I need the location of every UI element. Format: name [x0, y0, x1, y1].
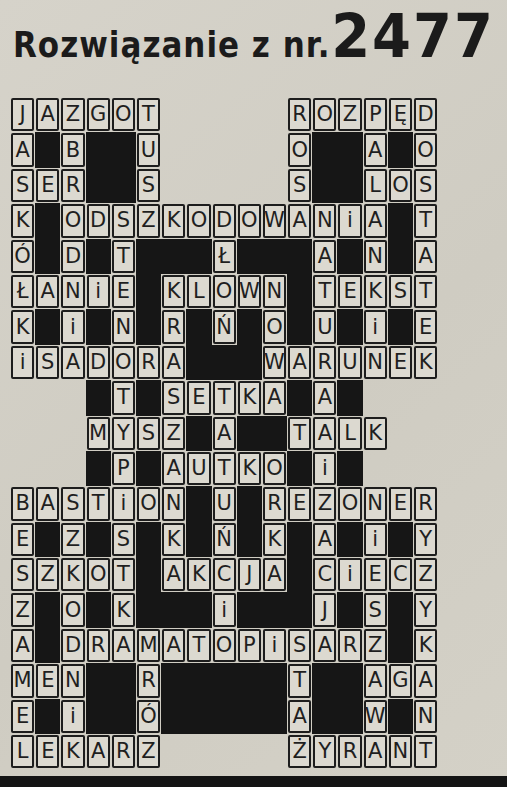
grid-cell: i	[338, 204, 361, 237]
grid-cell: A	[36, 275, 59, 308]
grid-cell: Z	[162, 417, 185, 450]
grid-cell	[262, 168, 287, 203]
grid-cell	[413, 416, 438, 451]
grid-cell: W	[238, 275, 261, 308]
grid-cell: W	[263, 346, 286, 379]
grid-cell: E	[389, 346, 412, 379]
grid-cell: D	[87, 204, 110, 237]
grid-cell: N	[61, 275, 84, 308]
grid-cell	[35, 416, 60, 451]
grid-cell: N	[61, 664, 84, 697]
grid-cell	[111, 699, 136, 734]
grid-cell	[237, 592, 262, 627]
grid-cell: O	[238, 204, 261, 237]
grid-cell: i	[364, 523, 387, 556]
grid-cell	[413, 380, 438, 415]
grid-cell: E	[36, 169, 59, 202]
grid-cell: P	[364, 98, 387, 131]
grid-cell	[388, 309, 413, 344]
grid-cell	[10, 451, 35, 486]
grid-cell: A	[414, 240, 437, 273]
grid-cell: Ż	[288, 735, 311, 768]
grid-cell: W	[364, 700, 387, 733]
grid-cell: E	[288, 487, 311, 520]
grid-cell: i	[11, 346, 34, 379]
grid-cell: O	[414, 133, 437, 166]
grid-cell: Ń	[213, 310, 236, 343]
grid-cell: K	[162, 204, 185, 237]
grid-cell	[35, 239, 60, 274]
grid-cell	[337, 168, 362, 203]
grid-cell: S	[112, 523, 135, 556]
grid-cell: K	[364, 417, 387, 450]
grid-cell: R	[263, 487, 286, 520]
grid-cell: P	[238, 629, 261, 662]
grid-cell: Z	[313, 487, 336, 520]
grid-cell: A	[213, 417, 236, 450]
grid-cell	[287, 309, 312, 344]
grid-cell: S	[11, 558, 34, 591]
grid-cell	[363, 451, 388, 486]
grid-cell: Z	[414, 558, 437, 591]
grid-cell: N	[112, 310, 135, 343]
grid-cell	[186, 132, 211, 167]
grid-cell: T	[313, 275, 336, 308]
grid-cell: A	[313, 629, 336, 662]
grid-cell	[161, 734, 186, 769]
grid-cell	[212, 345, 237, 380]
grid-cell	[35, 592, 60, 627]
grid-cell	[212, 663, 237, 698]
grid-cell: K	[11, 310, 34, 343]
grid-cell: A	[162, 452, 185, 485]
grid-cell: D	[414, 98, 437, 131]
grid-cell	[388, 380, 413, 415]
grid-cell: S	[137, 169, 160, 202]
grid-cell: Y	[313, 735, 336, 768]
bottom-rule	[0, 776, 507, 787]
grid-cell: Y	[414, 593, 437, 626]
grid-cell: Ł	[11, 275, 34, 308]
grid-cell: J	[238, 558, 261, 591]
grid-cell: T	[414, 204, 437, 237]
grid-cell: L	[364, 169, 387, 202]
grid-cell: U	[213, 487, 236, 520]
grid-cell	[212, 97, 237, 132]
grid-cell: R	[137, 346, 160, 379]
grid-cell: N	[364, 487, 387, 520]
grid-cell	[237, 486, 262, 521]
grid-cell	[86, 309, 111, 344]
grid-cell: R	[414, 487, 437, 520]
grid-cell: O	[61, 204, 84, 237]
grid-cell: O	[288, 133, 311, 166]
grid-cell	[262, 97, 287, 132]
grid-cell: Z	[137, 735, 160, 768]
grid-cell	[262, 663, 287, 698]
grid-cell: A	[36, 98, 59, 131]
grid-cell: S	[61, 487, 84, 520]
grid-cell	[388, 522, 413, 557]
grid-cell: A	[313, 417, 336, 450]
grid-cell: R	[87, 629, 110, 662]
grid-cell: R	[137, 664, 160, 697]
grid-cell	[337, 451, 362, 486]
grid-cell	[60, 416, 85, 451]
grid-cell	[186, 699, 211, 734]
grid-cell	[337, 663, 362, 698]
grid-cell	[388, 203, 413, 238]
grid-cell	[111, 663, 136, 698]
grid-cell: E	[11, 700, 34, 733]
grid-cell	[111, 168, 136, 203]
grid-cell	[161, 168, 186, 203]
grid-cell: L	[11, 735, 34, 768]
crossword-grid: JAZGOTROZPĘDABUOAOSERSSLOSKODSZKODOWANiA…	[10, 97, 438, 769]
grid-cell	[35, 380, 60, 415]
grid-cell: A	[288, 204, 311, 237]
grid-cell	[388, 239, 413, 274]
grid-cell: E	[36, 735, 59, 768]
grid-cell	[237, 309, 262, 344]
grid-cell	[86, 663, 111, 698]
grid-cell	[136, 451, 161, 486]
grid-cell: S	[364, 593, 387, 626]
grid-cell: R	[338, 735, 361, 768]
grid-cell: R	[162, 310, 185, 343]
grid-cell: N	[162, 487, 185, 520]
grid-cell	[287, 522, 312, 557]
grid-cell: N	[364, 346, 387, 379]
grid-cell: O	[213, 629, 236, 662]
grid-cell: U	[313, 310, 336, 343]
grid-cell: K	[61, 558, 84, 591]
grid-cell	[35, 451, 60, 486]
grid-cell: T	[187, 629, 210, 662]
grid-cell	[337, 592, 362, 627]
grid-cell	[10, 416, 35, 451]
grid-cell	[388, 132, 413, 167]
grid-cell	[86, 592, 111, 627]
grid-cell	[35, 203, 60, 238]
grid-cell	[186, 522, 211, 557]
grid-cell	[388, 699, 413, 734]
grid-cell: K	[414, 629, 437, 662]
grid-cell: R	[61, 169, 84, 202]
grid-cell: B	[11, 487, 34, 520]
grid-cell: O	[338, 487, 361, 520]
grid-cell: R	[112, 735, 135, 768]
grid-cell	[237, 345, 262, 380]
grid-cell	[86, 451, 111, 486]
grid-cell: A	[364, 133, 387, 166]
grid-cell: M	[11, 664, 34, 697]
grid-cell: T	[288, 664, 311, 697]
grid-cell	[186, 239, 211, 274]
title-number: 2477	[331, 1, 495, 71]
grid-cell: O	[61, 593, 84, 626]
grid-cell: Z	[36, 558, 59, 591]
grid-cell	[161, 97, 186, 132]
grid-cell	[237, 239, 262, 274]
grid-cell: O	[263, 310, 286, 343]
grid-cell	[287, 239, 312, 274]
grid-cell: U	[137, 133, 160, 166]
grid-cell: T	[112, 240, 135, 273]
grid-cell: L	[187, 275, 210, 308]
grid-cell	[262, 132, 287, 167]
grid-cell	[237, 132, 262, 167]
grid-cell: Ó	[137, 700, 160, 733]
grid-cell: C	[213, 558, 236, 591]
grid-cell	[136, 557, 161, 592]
grid-cell: D	[61, 240, 84, 273]
grid-cell: M	[137, 629, 160, 662]
grid-cell: R	[338, 629, 361, 662]
grid-cell: S	[389, 275, 412, 308]
grid-cell	[136, 274, 161, 309]
grid-cell: Y	[112, 417, 135, 450]
grid-cell: Z	[338, 98, 361, 131]
grid-cell: i	[263, 629, 286, 662]
grid-cell: i	[213, 593, 236, 626]
grid-cell: N	[389, 735, 412, 768]
grid-cell	[312, 663, 337, 698]
grid-cell: Ę	[389, 98, 412, 131]
grid-cell: T	[137, 98, 160, 131]
grid-cell	[212, 734, 237, 769]
grid-cell: A	[414, 664, 437, 697]
grid-cell	[388, 416, 413, 451]
grid-cell	[413, 451, 438, 486]
grid-cell: K	[11, 204, 34, 237]
grid-cell: S	[36, 346, 59, 379]
grid-cell	[186, 309, 211, 344]
grid-cell: A	[162, 629, 185, 662]
grid-cell: S	[414, 169, 437, 202]
grid-cell	[287, 451, 312, 486]
grid-cell	[237, 168, 262, 203]
grid-cell	[312, 168, 337, 203]
grid-cell: K	[61, 735, 84, 768]
grid-cell: E	[364, 558, 387, 591]
grid-cell: K	[162, 275, 185, 308]
grid-cell	[262, 592, 287, 627]
grid-cell: U	[187, 452, 210, 485]
grid-cell: Ń	[213, 523, 236, 556]
grid-cell	[35, 699, 60, 734]
grid-cell	[237, 699, 262, 734]
grid-cell: T	[213, 452, 236, 485]
grid-cell: A	[364, 735, 387, 768]
grid-cell: E	[36, 664, 59, 697]
grid-cell: O	[213, 275, 236, 308]
grid-cell	[161, 663, 186, 698]
grid-cell	[136, 309, 161, 344]
grid-cell	[337, 239, 362, 274]
grid-cell	[86, 380, 111, 415]
grid-cell: W	[263, 204, 286, 237]
grid-cell: M	[87, 417, 110, 450]
grid-cell: E	[11, 523, 34, 556]
grid-cell: Z	[364, 629, 387, 662]
grid-cell: C	[389, 558, 412, 591]
grid-cell: T	[87, 487, 110, 520]
grid-cell: K	[238, 452, 261, 485]
grid-cell	[86, 522, 111, 557]
grid-cell: K	[112, 593, 135, 626]
grid-cell: O	[263, 452, 286, 485]
grid-cell: i	[338, 558, 361, 591]
grid-cell: T	[414, 735, 437, 768]
grid-cell	[337, 132, 362, 167]
grid-cell: O	[112, 98, 135, 131]
grid-cell	[388, 592, 413, 627]
grid-cell: D	[87, 346, 110, 379]
grid-cell: R	[288, 98, 311, 131]
grid-cell: O	[87, 558, 110, 591]
grid-cell: A	[364, 204, 387, 237]
grid-cell: C	[313, 558, 336, 591]
grid-cell	[262, 734, 287, 769]
grid-cell: A	[11, 133, 34, 166]
grid-cell: Z	[11, 593, 34, 626]
grid-cell	[388, 451, 413, 486]
grid-cell	[287, 274, 312, 309]
grid-cell	[237, 734, 262, 769]
grid-cell	[186, 734, 211, 769]
grid-cell	[86, 699, 111, 734]
grid-cell	[212, 699, 237, 734]
grid-cell	[186, 416, 211, 451]
grid-cell: N	[313, 204, 336, 237]
grid-cell: A	[112, 629, 135, 662]
grid-cell: Z	[61, 523, 84, 556]
grid-cell: A	[162, 558, 185, 591]
grid-cell: N	[414, 700, 437, 733]
grid-cell: G	[389, 664, 412, 697]
grid-cell: Ł	[213, 240, 236, 273]
grid-cell: i	[87, 275, 110, 308]
grid-cell	[136, 522, 161, 557]
grid-cell: T	[414, 275, 437, 308]
grid-cell: J	[313, 593, 336, 626]
grid-cell: O	[313, 98, 336, 131]
grid-cell: S	[137, 417, 160, 450]
grid-cell	[312, 699, 337, 734]
grid-cell: G	[87, 98, 110, 131]
grid-cell: Z	[61, 98, 84, 131]
grid-cell: D	[61, 629, 84, 662]
grid-cell: Ó	[11, 240, 34, 273]
grid-cell	[35, 309, 60, 344]
grid-cell: A	[11, 629, 34, 662]
grid-cell: O	[187, 204, 210, 237]
grid-cell	[161, 239, 186, 274]
grid-cell: K	[238, 381, 261, 414]
grid-cell	[262, 416, 287, 451]
grid-cell: Z	[137, 204, 160, 237]
grid-cell	[35, 132, 60, 167]
grid-cell: A	[288, 700, 311, 733]
page: Rozwiązanie z nr. 2477 JAZGOTROZPĘDABUOA…	[0, 0, 507, 787]
grid-cell: T	[213, 381, 236, 414]
grid-cell: T	[288, 417, 311, 450]
grid-cell	[161, 592, 186, 627]
grid-cell: A	[36, 487, 59, 520]
grid-cell	[237, 416, 262, 451]
grid-cell	[136, 380, 161, 415]
grid-cell: A	[313, 381, 336, 414]
grid-cell: i	[61, 310, 84, 343]
grid-cell: K	[414, 346, 437, 379]
grid-cell: S	[288, 629, 311, 662]
grid-cell: T	[112, 381, 135, 414]
grid-cell: B	[61, 133, 84, 166]
grid-cell: i	[313, 452, 336, 485]
grid-cell: E	[187, 381, 210, 414]
grid-cell	[86, 132, 111, 167]
grid-cell: A	[87, 735, 110, 768]
grid-cell: E	[389, 487, 412, 520]
grid-cell	[161, 699, 186, 734]
grid-cell: K	[162, 523, 185, 556]
grid-cell	[86, 239, 111, 274]
title-text: Rozwiązanie z nr.	[13, 24, 330, 65]
grid-cell	[363, 380, 388, 415]
grid-cell: i	[112, 487, 135, 520]
grid-cell	[237, 522, 262, 557]
grid-cell: i	[61, 700, 84, 733]
grid-cell	[287, 557, 312, 592]
page-title: Rozwiązanie z nr. 2477	[13, 6, 495, 71]
grid-cell	[262, 239, 287, 274]
grid-cell: D	[213, 204, 236, 237]
grid-cell: S	[288, 169, 311, 202]
grid-cell: K	[364, 275, 387, 308]
grid-cell: R	[313, 346, 336, 379]
grid-cell	[337, 699, 362, 734]
grid-cell	[60, 451, 85, 486]
grid-cell: P	[112, 452, 135, 485]
grid-cell	[237, 97, 262, 132]
grid-cell	[86, 168, 111, 203]
grid-cell: U	[338, 346, 361, 379]
grid-cell: J	[11, 98, 34, 131]
grid-cell	[10, 380, 35, 415]
grid-cell	[186, 663, 211, 698]
grid-cell: A	[313, 240, 336, 273]
grid-cell	[262, 699, 287, 734]
grid-cell	[186, 345, 211, 380]
grid-cell	[287, 380, 312, 415]
grid-cell: E	[112, 275, 135, 308]
grid-cell	[186, 97, 211, 132]
grid-cell: E	[414, 310, 437, 343]
grid-cell: A	[162, 346, 185, 379]
grid-cell	[287, 592, 312, 627]
grid-cell: L	[338, 417, 361, 450]
grid-cell: K	[263, 523, 286, 556]
grid-cell: S	[162, 381, 185, 414]
grid-cell	[136, 239, 161, 274]
grid-cell: O	[137, 487, 160, 520]
grid-cell	[388, 628, 413, 663]
grid-cell: i	[364, 310, 387, 343]
grid-cell	[237, 663, 262, 698]
grid-cell: A	[61, 346, 84, 379]
grid-cell	[337, 309, 362, 344]
